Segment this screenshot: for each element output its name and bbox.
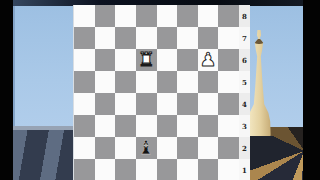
- rank-labels: 87654321: [239, 5, 250, 180]
- square-c8: [115, 5, 136, 27]
- square-e3: [157, 115, 178, 137]
- square-a6: [74, 49, 95, 71]
- square-g7: [198, 27, 219, 49]
- square-a1: [74, 159, 95, 180]
- square-c1: [115, 159, 136, 180]
- square-f1: [177, 159, 198, 180]
- left-letterbox-bar: [0, 0, 13, 180]
- square-c7: [115, 27, 136, 49]
- square-c6: [115, 49, 136, 71]
- square-e8: [157, 5, 178, 27]
- rank-label-6: 6: [239, 49, 250, 71]
- board-grid: ♜♟♝: [74, 5, 239, 180]
- square-f8: [177, 5, 198, 27]
- square-b3: [95, 115, 116, 137]
- rank-label-3: 3: [239, 115, 250, 137]
- square-a3: [74, 115, 95, 137]
- square-d7: [136, 27, 157, 49]
- video-frame: ♜♟♝ 87654321: [0, 0, 320, 180]
- square-g4: [198, 93, 219, 115]
- square-g5: [198, 71, 219, 93]
- square-f2: [177, 137, 198, 159]
- square-a4: [74, 93, 95, 115]
- black-bishop: ♝: [138, 138, 155, 157]
- square-g6: ♟: [198, 49, 219, 71]
- rank-label-8: 8: [239, 5, 250, 27]
- square-h4: [218, 93, 239, 115]
- square-a7: [74, 27, 95, 49]
- square-b7: [95, 27, 116, 49]
- square-f6: [177, 49, 198, 71]
- square-g8: [198, 5, 219, 27]
- rank-label-5: 5: [239, 71, 250, 93]
- square-b6: [95, 49, 116, 71]
- square-c4: [115, 93, 136, 115]
- square-h3: [218, 115, 239, 137]
- square-e2: [157, 137, 178, 159]
- square-d2: ♝: [136, 137, 157, 159]
- white-pawn: ♟: [200, 50, 217, 69]
- rank-label-1: 1: [239, 159, 250, 180]
- square-d6: ♜: [136, 49, 157, 71]
- square-g1: [198, 159, 219, 180]
- rank-label-4: 4: [239, 93, 250, 115]
- square-d3: [136, 115, 157, 137]
- square-a2: [74, 137, 95, 159]
- square-e7: [157, 27, 178, 49]
- square-g3: [198, 115, 219, 137]
- square-e1: [157, 159, 178, 180]
- rank-label-2: 2: [239, 137, 250, 159]
- square-d1: [136, 159, 157, 180]
- square-h2: [218, 137, 239, 159]
- square-e6: [157, 49, 178, 71]
- square-d5: [136, 71, 157, 93]
- square-b8: [95, 5, 116, 27]
- square-h7: [218, 27, 239, 49]
- square-f7: [177, 27, 198, 49]
- square-h5: [218, 71, 239, 93]
- square-e4: [157, 93, 178, 115]
- square-b4: [95, 93, 116, 115]
- square-h6: [218, 49, 239, 71]
- rank-label-7: 7: [239, 27, 250, 49]
- square-c3: [115, 115, 136, 137]
- square-d8: [136, 5, 157, 27]
- right-letterbox-bar: [303, 0, 320, 180]
- white-rook: ♜: [138, 50, 155, 69]
- square-f3: [177, 115, 198, 137]
- square-c5: [115, 71, 136, 93]
- square-d4: [136, 93, 157, 115]
- square-a8: [74, 5, 95, 27]
- square-a5: [74, 71, 95, 93]
- square-b2: [95, 137, 116, 159]
- square-f4: [177, 93, 198, 115]
- square-c2: [115, 137, 136, 159]
- square-e5: [157, 71, 178, 93]
- square-g2: [198, 137, 219, 159]
- square-h1: [218, 159, 239, 180]
- square-f5: [177, 71, 198, 93]
- square-b1: [95, 159, 116, 180]
- square-b5: [95, 71, 116, 93]
- square-h8: [218, 5, 239, 27]
